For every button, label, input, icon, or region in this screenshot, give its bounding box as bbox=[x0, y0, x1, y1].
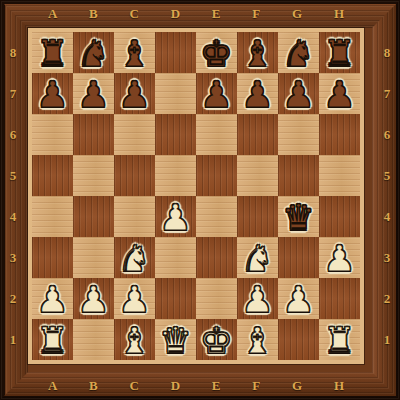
rank-label-8: 8 bbox=[1, 32, 25, 73]
square-d3[interactable] bbox=[155, 237, 196, 278]
square-a5[interactable] bbox=[32, 155, 73, 196]
rank-labels-left: 87654321 bbox=[1, 32, 25, 360]
square-d1[interactable]: ♛ bbox=[155, 319, 196, 360]
file-label-g: G bbox=[276, 2, 318, 26]
square-c7[interactable]: ♟ bbox=[114, 73, 155, 114]
rank-label-6: 6 bbox=[1, 114, 25, 155]
file-label-a: A bbox=[32, 373, 73, 399]
square-h4[interactable] bbox=[319, 196, 360, 237]
rank-label-7: 7 bbox=[375, 73, 399, 114]
square-e5[interactable] bbox=[196, 155, 237, 196]
file-label-h: H bbox=[318, 2, 360, 26]
square-a2[interactable]: ♟ bbox=[32, 278, 73, 319]
square-a6[interactable] bbox=[32, 114, 73, 155]
rank-labels-right: 87654321 bbox=[375, 32, 399, 360]
rank-label-7: 7 bbox=[1, 73, 25, 114]
piece-black-rook-a8[interactable]: ♜ bbox=[36, 36, 68, 72]
file-label-c: C bbox=[114, 2, 155, 26]
piece-black-rook-h8[interactable]: ♜ bbox=[323, 36, 355, 72]
piece-white-king-e1[interactable]: ♚ bbox=[200, 323, 232, 359]
square-f5[interactable] bbox=[237, 155, 278, 196]
square-b4[interactable] bbox=[73, 196, 114, 237]
square-b1[interactable] bbox=[73, 319, 114, 360]
piece-white-pawn-b2[interactable]: ♟ bbox=[77, 282, 109, 318]
piece-white-bishop-c1[interactable]: ♝ bbox=[118, 323, 150, 359]
square-h1[interactable]: ♜ bbox=[319, 319, 360, 360]
square-a4[interactable] bbox=[32, 196, 73, 237]
square-c5[interactable] bbox=[114, 155, 155, 196]
square-f2[interactable]: ♟ bbox=[237, 278, 278, 319]
square-e3[interactable] bbox=[196, 237, 237, 278]
piece-black-pawn-e7[interactable]: ♟ bbox=[200, 77, 232, 113]
piece-white-pawn-g2[interactable]: ♟ bbox=[282, 282, 314, 318]
rank-label-5: 5 bbox=[1, 155, 25, 196]
square-c8[interactable]: ♝ bbox=[114, 32, 155, 73]
rank-label-6: 6 bbox=[375, 114, 399, 155]
rank-label-1: 1 bbox=[375, 319, 399, 360]
square-g8[interactable]: ♞ bbox=[278, 32, 319, 73]
chess-board[interactable]: ♜♞♝♚♝♞♜♟♟♟♟♟♟♟♟♛♞♞♟♟♟♟♟♟♜♝♛♚♝♜ bbox=[32, 32, 360, 360]
piece-black-bishop-c8[interactable]: ♝ bbox=[118, 36, 150, 72]
file-labels-bottom: ABCDEFGH bbox=[32, 373, 360, 399]
rank-label-3: 3 bbox=[375, 237, 399, 278]
piece-white-rook-h1[interactable]: ♜ bbox=[323, 323, 355, 359]
square-f6[interactable] bbox=[237, 114, 278, 155]
piece-black-pawn-c7[interactable]: ♟ bbox=[118, 77, 150, 113]
file-label-a: A bbox=[32, 2, 73, 26]
piece-white-knight-c3[interactable]: ♞ bbox=[118, 241, 150, 277]
square-c2[interactable]: ♟ bbox=[114, 278, 155, 319]
file-label-b: B bbox=[73, 373, 113, 399]
square-c3[interactable]: ♞ bbox=[114, 237, 155, 278]
piece-white-knight-f3[interactable]: ♞ bbox=[241, 241, 273, 277]
piece-black-pawn-g7[interactable]: ♟ bbox=[282, 77, 314, 113]
square-e1[interactable]: ♚ bbox=[196, 319, 237, 360]
rank-label-5: 5 bbox=[375, 155, 399, 196]
file-label-c: C bbox=[114, 373, 155, 399]
square-d2[interactable] bbox=[155, 278, 196, 319]
square-a3[interactable] bbox=[32, 237, 73, 278]
file-label-g: G bbox=[276, 373, 318, 399]
square-g1[interactable] bbox=[278, 319, 319, 360]
piece-white-rook-a1[interactable]: ♜ bbox=[36, 323, 68, 359]
rank-label-1: 1 bbox=[1, 319, 25, 360]
square-f3[interactable]: ♞ bbox=[237, 237, 278, 278]
square-b7[interactable]: ♟ bbox=[73, 73, 114, 114]
square-f7[interactable]: ♟ bbox=[237, 73, 278, 114]
piece-black-knight-b8[interactable]: ♞ bbox=[77, 36, 109, 72]
rank-label-2: 2 bbox=[375, 278, 399, 319]
square-h2[interactable] bbox=[319, 278, 360, 319]
square-g6[interactable] bbox=[278, 114, 319, 155]
square-g4[interactable]: ♛ bbox=[278, 196, 319, 237]
piece-white-pawn-d4[interactable]: ♟ bbox=[159, 200, 191, 236]
chess-app-window: ABCDEFGH ABCDEFGH 87654321 87654321 ♜♞♝♚… bbox=[0, 0, 400, 400]
piece-black-king-e8[interactable]: ♚ bbox=[200, 36, 232, 72]
piece-black-queen-g4[interactable]: ♛ bbox=[282, 200, 314, 236]
rank-label-8: 8 bbox=[375, 32, 399, 73]
square-g5[interactable] bbox=[278, 155, 319, 196]
piece-white-queen-d1[interactable]: ♛ bbox=[159, 323, 191, 359]
file-label-d: D bbox=[155, 373, 196, 399]
square-c4[interactable] bbox=[114, 196, 155, 237]
piece-white-bishop-f1[interactable]: ♝ bbox=[241, 323, 273, 359]
piece-black-pawn-a7[interactable]: ♟ bbox=[36, 77, 68, 113]
square-d5[interactable] bbox=[155, 155, 196, 196]
square-e4[interactable] bbox=[196, 196, 237, 237]
rank-label-3: 3 bbox=[1, 237, 25, 278]
file-label-b: B bbox=[73, 2, 113, 26]
piece-black-bishop-f8[interactable]: ♝ bbox=[241, 36, 273, 72]
square-f4[interactable] bbox=[237, 196, 278, 237]
square-d6[interactable] bbox=[155, 114, 196, 155]
rank-label-4: 4 bbox=[375, 196, 399, 237]
square-a1[interactable]: ♜ bbox=[32, 319, 73, 360]
square-f8[interactable]: ♝ bbox=[237, 32, 278, 73]
file-label-f: F bbox=[236, 2, 276, 26]
piece-black-pawn-b7[interactable]: ♟ bbox=[77, 77, 109, 113]
square-f1[interactable]: ♝ bbox=[237, 319, 278, 360]
square-e6[interactable] bbox=[196, 114, 237, 155]
piece-white-pawn-a2[interactable]: ♟ bbox=[36, 282, 68, 318]
square-b2[interactable]: ♟ bbox=[73, 278, 114, 319]
square-h8[interactable]: ♜ bbox=[319, 32, 360, 73]
rank-label-4: 4 bbox=[1, 196, 25, 237]
piece-white-pawn-h3[interactable]: ♟ bbox=[323, 241, 355, 277]
square-h6[interactable] bbox=[319, 114, 360, 155]
square-g3[interactable] bbox=[278, 237, 319, 278]
square-c1[interactable]: ♝ bbox=[114, 319, 155, 360]
board-border: ♜♞♝♚♝♞♜♟♟♟♟♟♟♟♟♛♞♞♟♟♟♟♟♟♜♝♛♚♝♜ bbox=[28, 28, 364, 364]
square-a7[interactable]: ♟ bbox=[32, 73, 73, 114]
piece-white-pawn-c2[interactable]: ♟ bbox=[118, 282, 150, 318]
square-h7[interactable]: ♟ bbox=[319, 73, 360, 114]
square-g2[interactable]: ♟ bbox=[278, 278, 319, 319]
square-d4[interactable]: ♟ bbox=[155, 196, 196, 237]
square-c6[interactable] bbox=[114, 114, 155, 155]
piece-black-pawn-h7[interactable]: ♟ bbox=[323, 77, 355, 113]
square-e7[interactable]: ♟ bbox=[196, 73, 237, 114]
square-b5[interactable] bbox=[73, 155, 114, 196]
square-g7[interactable]: ♟ bbox=[278, 73, 319, 114]
square-a8[interactable]: ♜ bbox=[32, 32, 73, 73]
square-d8[interactable] bbox=[155, 32, 196, 73]
piece-white-pawn-f2[interactable]: ♟ bbox=[241, 282, 273, 318]
piece-black-pawn-f7[interactable]: ♟ bbox=[241, 77, 273, 113]
square-b3[interactable] bbox=[73, 237, 114, 278]
file-label-f: F bbox=[236, 373, 276, 399]
square-d7[interactable] bbox=[155, 73, 196, 114]
square-e8[interactable]: ♚ bbox=[196, 32, 237, 73]
file-label-e: E bbox=[196, 373, 236, 399]
square-b6[interactable] bbox=[73, 114, 114, 155]
file-label-d: D bbox=[155, 2, 196, 26]
square-e2[interactable] bbox=[196, 278, 237, 319]
square-h5[interactable] bbox=[319, 155, 360, 196]
piece-black-knight-g8[interactable]: ♞ bbox=[282, 36, 314, 72]
file-label-h: H bbox=[318, 373, 360, 399]
file-labels-top: ABCDEFGH bbox=[32, 2, 360, 26]
rank-label-2: 2 bbox=[1, 278, 25, 319]
square-b8[interactable]: ♞ bbox=[73, 32, 114, 73]
file-label-e: E bbox=[196, 2, 236, 26]
square-h3[interactable]: ♟ bbox=[319, 237, 360, 278]
